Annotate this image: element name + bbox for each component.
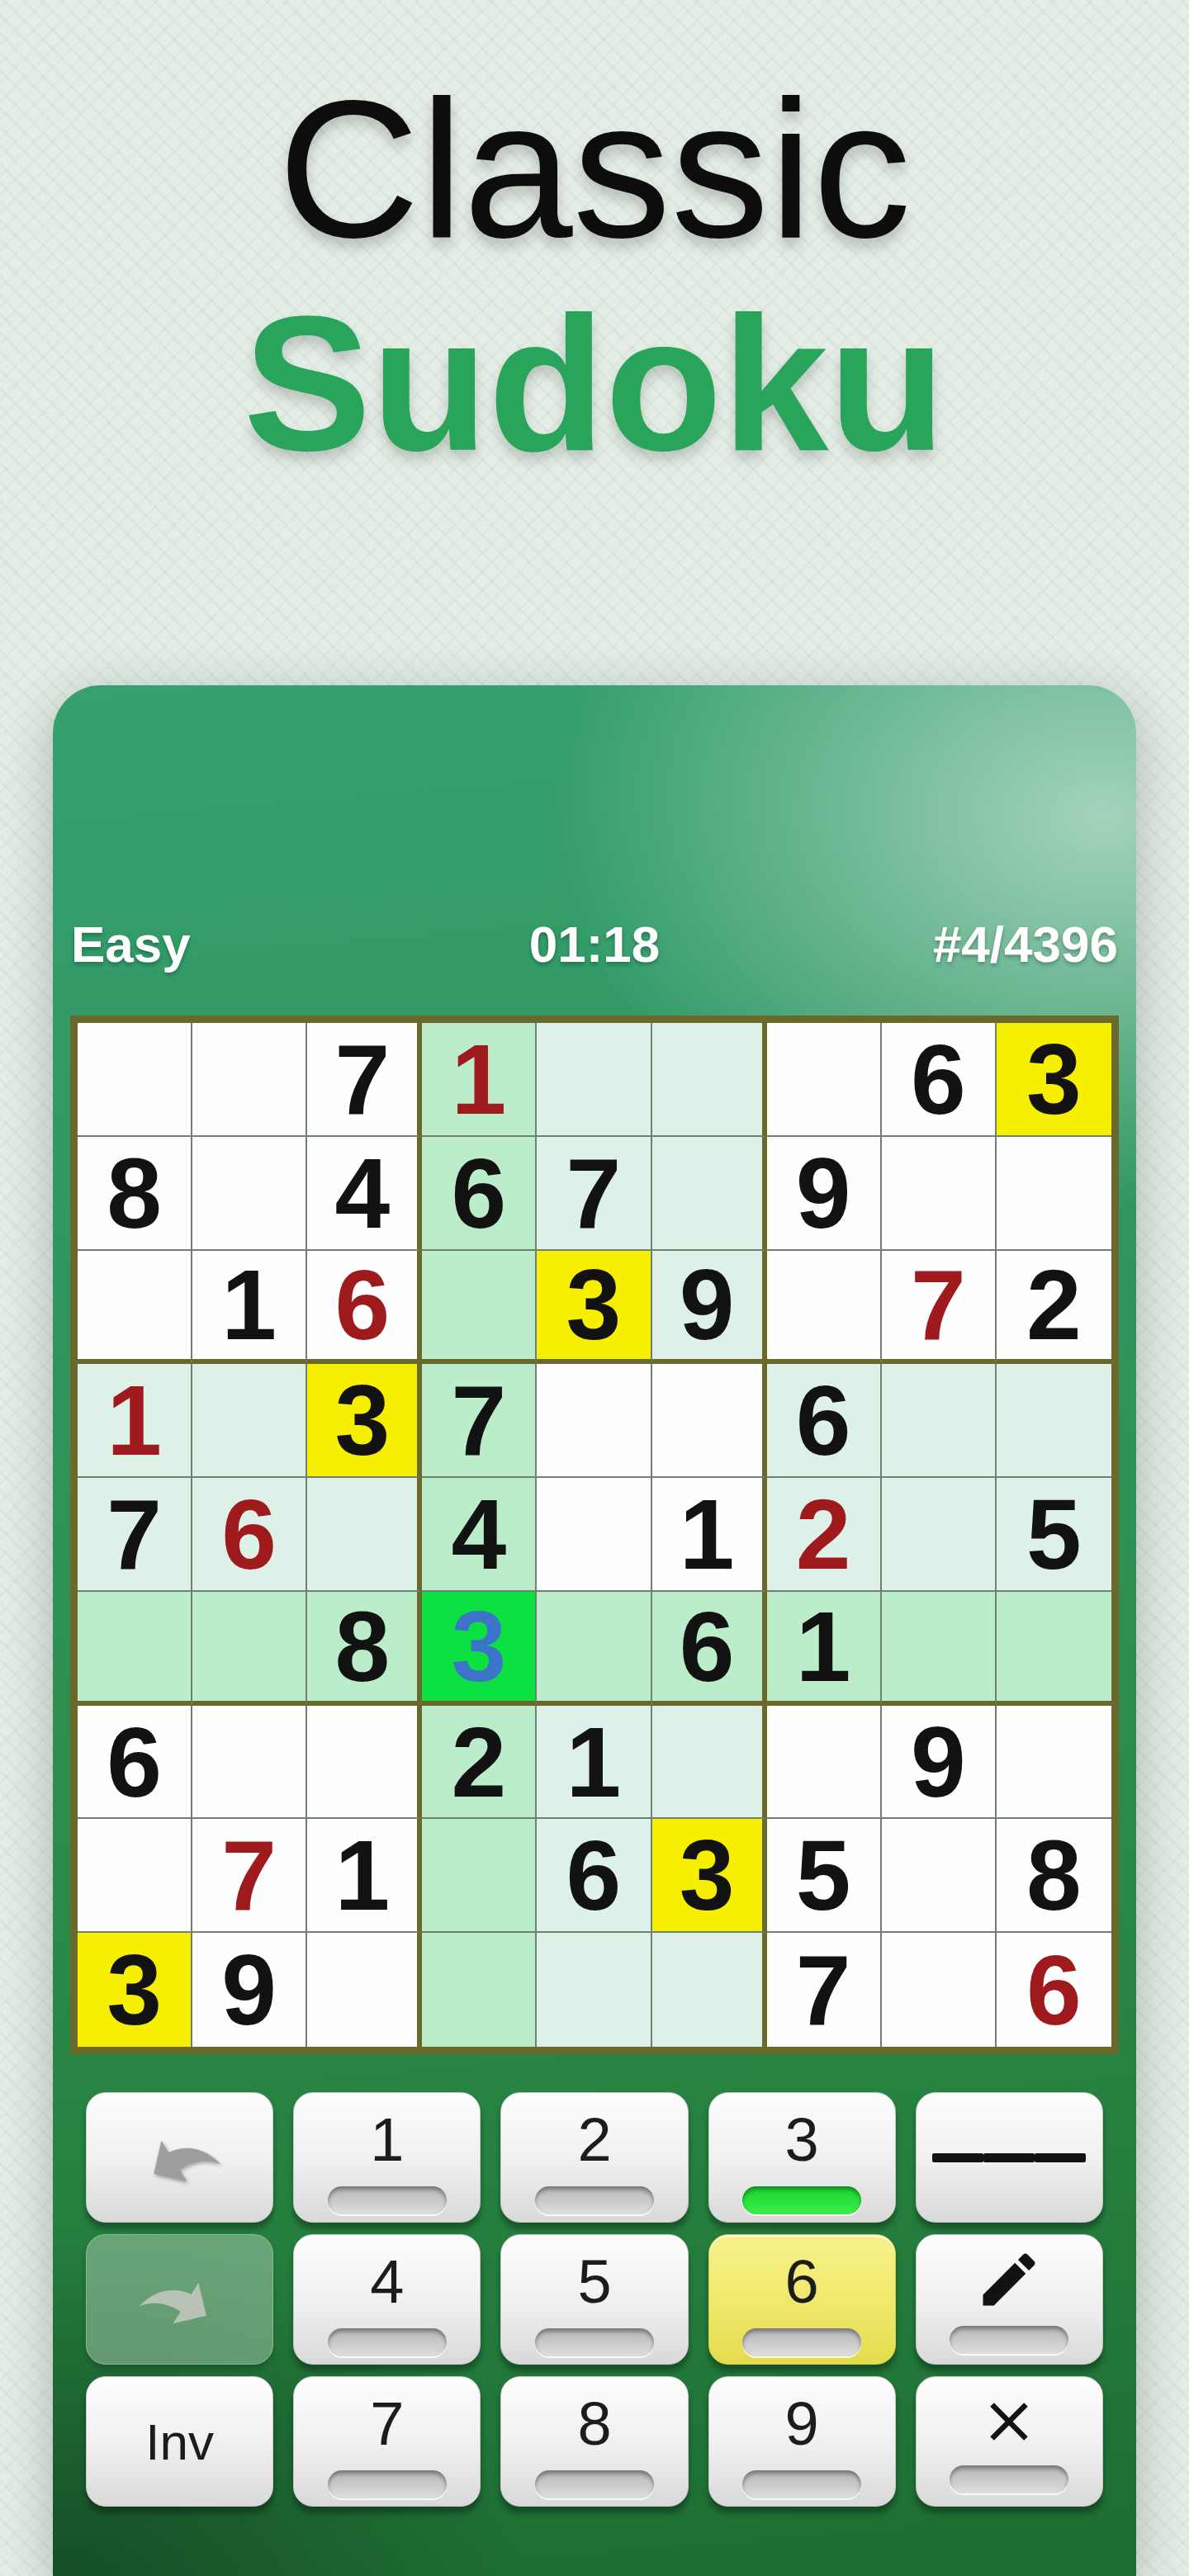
board-cell-r7c5[interactable]: 1 [537, 1706, 651, 1820]
cell-digit: 8 [334, 1597, 390, 1696]
game-screen: Easy 01:18 #4/4396 716384679163972137676… [53, 685, 1136, 2576]
cell-digit: 1 [334, 1825, 390, 1925]
cell-digit: 9 [221, 1940, 277, 2039]
key-indicator [535, 2328, 654, 2356]
cell-digit: 5 [1026, 1485, 1082, 1584]
board-cell-r5c7[interactable]: 2 [767, 1478, 882, 1592]
key-label: 5 [577, 2247, 611, 2317]
board-cell-r6c5[interactable] [537, 1592, 651, 1706]
key-label: 8 [577, 2389, 611, 2459]
board-cell-r8c5[interactable]: 6 [537, 1819, 651, 1933]
board-cell-r9c8[interactable] [882, 1933, 997, 2047]
board-cell-r6c4[interactable]: 3 [422, 1592, 537, 1706]
cell-digit: 1 [680, 1485, 735, 1584]
cell-digit: 2 [796, 1485, 851, 1584]
board-cell-r6c7[interactable]: 1 [767, 1592, 882, 1706]
board-cell-r5c6[interactable]: 1 [652, 1478, 767, 1592]
board-cell-r4c2[interactable] [192, 1364, 307, 1478]
board-cell-r2c8[interactable] [882, 1137, 997, 1251]
cell-digit: 7 [911, 1255, 966, 1354]
board-cell-r2c1[interactable]: 8 [78, 1137, 192, 1251]
key-label: 3 [785, 2105, 819, 2175]
cell-digit: 7 [334, 1030, 390, 1129]
cell-digit: 1 [221, 1255, 277, 1354]
cell-digit: 9 [796, 1144, 851, 1243]
board-cell-r1c7[interactable] [767, 1023, 882, 1137]
timer: 01:18 [420, 915, 770, 974]
cell-digit: 6 [796, 1371, 851, 1470]
board-cell-r6c3[interactable]: 8 [307, 1592, 422, 1706]
key-delete[interactable] [916, 2376, 1103, 2507]
cell-digit: 2 [1026, 1255, 1082, 1354]
cell-digit: 8 [1026, 1825, 1082, 1925]
cell-digit: 3 [334, 1371, 390, 1470]
board-cell-r8c8[interactable] [882, 1819, 997, 1933]
board-cell-r6c1[interactable] [78, 1592, 192, 1706]
board-cell-r2c2[interactable] [192, 1137, 307, 1251]
board-cell-r9c9[interactable]: 6 [997, 1933, 1111, 2047]
cell-digit: 6 [221, 1485, 277, 1584]
key-digit-2[interactable]: 2 [500, 2092, 688, 2223]
redo-icon [139, 2258, 221, 2341]
board-cell-r9c1[interactable]: 3 [78, 1933, 192, 2047]
board-cell-r7c1[interactable]: 6 [78, 1706, 192, 1820]
cell-digit: 1 [796, 1597, 851, 1696]
board-cell-r6c9[interactable] [997, 1592, 1111, 1706]
sudoku-board[interactable]: 7163846791639721376764125836162197163583… [70, 1016, 1119, 2054]
key-indicator [328, 2470, 447, 2498]
key-digit-1[interactable]: 1 [293, 2092, 481, 2223]
key-digit-3[interactable]: 3 [708, 2092, 896, 2223]
cell-digit: 6 [680, 1597, 735, 1696]
key-undo[interactable] [86, 2092, 273, 2223]
board-cell-r4c4[interactable]: 7 [422, 1364, 537, 1478]
cell-digit: 2 [452, 1712, 507, 1811]
cell-digit: 6 [566, 1825, 622, 1925]
board-cell-r3c9[interactable]: 2 [997, 1251, 1111, 1365]
cell-digit: 9 [911, 1712, 966, 1811]
x-icon [977, 2389, 1041, 2454]
board-cell-r6c6[interactable]: 6 [652, 1592, 767, 1706]
key-digit-6[interactable]: 6 [708, 2234, 896, 2365]
key-label: 9 [785, 2389, 819, 2459]
board-cell-r1c5[interactable] [537, 1023, 651, 1137]
board-cell-r2c3[interactable]: 4 [307, 1137, 422, 1251]
board-cell-r3c6[interactable]: 9 [652, 1251, 767, 1365]
board-cell-r1c3[interactable]: 7 [307, 1023, 422, 1137]
keypad: 123456Inv789 [86, 2092, 1103, 2507]
undo-icon [139, 2116, 221, 2199]
app-title: Classic Sudoku [0, 58, 1189, 487]
board-cell-r7c8[interactable]: 9 [882, 1706, 997, 1820]
cell-digit: 7 [452, 1371, 507, 1470]
key-digit-4[interactable]: 4 [293, 2234, 481, 2365]
board-cell-r3c1[interactable] [78, 1251, 192, 1365]
key-indicator [950, 2465, 1068, 2493]
board-cell-r3c8[interactable]: 7 [882, 1251, 997, 1365]
cell-digit: 6 [452, 1144, 507, 1243]
board-cell-r9c4[interactable] [422, 1933, 537, 2047]
board-cell-r9c6[interactable] [652, 1933, 767, 2047]
menu-icon [932, 2146, 1086, 2170]
board-cell-r8c7[interactable]: 5 [767, 1819, 882, 1933]
key-indicator [742, 2470, 861, 2498]
board-cell-r5c8[interactable] [882, 1478, 997, 1592]
board-cell-r1c6[interactable] [652, 1023, 767, 1137]
key-indicator [535, 2470, 654, 2498]
board-cell-r5c4[interactable]: 4 [422, 1478, 537, 1592]
cell-digit: 7 [796, 1940, 851, 2039]
key-label: 7 [370, 2389, 404, 2459]
cell-digit: 6 [911, 1030, 966, 1129]
board-cell-r9c2[interactable]: 9 [192, 1933, 307, 2047]
cell-digit: 7 [107, 1485, 162, 1584]
cell-digit: 3 [107, 1940, 162, 2039]
cell-digit: 6 [107, 1712, 162, 1811]
board-cell-r5c9[interactable]: 5 [997, 1478, 1111, 1592]
cell-digit: 1 [107, 1371, 162, 1470]
board-cell-r7c6[interactable] [652, 1706, 767, 1820]
key-menu[interactable] [916, 2092, 1103, 2223]
key-label: 6 [785, 2247, 819, 2317]
board-cell-r3c2[interactable]: 1 [192, 1251, 307, 1365]
key-label: Inv [145, 2413, 214, 2471]
board-cell-r4c1[interactable]: 1 [78, 1364, 192, 1478]
board-cell-r4c5[interactable] [537, 1364, 651, 1478]
board-cell-r3c7[interactable] [767, 1251, 882, 1365]
board-cell-r4c7[interactable]: 6 [767, 1364, 882, 1478]
key-digit-7[interactable]: 7 [293, 2376, 481, 2507]
board-cell-r2c4[interactable]: 6 [422, 1137, 537, 1251]
board-cell-r2c7[interactable]: 9 [767, 1137, 882, 1251]
board-cell-r4c8[interactable] [882, 1364, 997, 1478]
board-cell-r8c3[interactable]: 1 [307, 1819, 422, 1933]
board-cell-r2c6[interactable] [652, 1137, 767, 1251]
board-cell-r5c5[interactable] [537, 1478, 651, 1592]
board-cell-r8c6[interactable]: 3 [652, 1819, 767, 1933]
puzzle-number: #4/4396 [769, 915, 1118, 974]
board-cell-r7c2[interactable] [192, 1706, 307, 1820]
cell-digit: 6 [334, 1255, 390, 1354]
key-label: 2 [577, 2105, 611, 2175]
board-cell-r8c2[interactable]: 7 [192, 1819, 307, 1933]
board-cell-r3c4[interactable] [422, 1251, 537, 1365]
board-cell-r1c9[interactable]: 3 [997, 1023, 1111, 1137]
cell-digit: 3 [1026, 1030, 1082, 1129]
board-cell-r5c2[interactable]: 6 [192, 1478, 307, 1592]
key-digit-5[interactable]: 5 [500, 2234, 688, 2365]
cell-digit: 6 [1026, 1940, 1082, 2039]
key-inverse[interactable]: Inv [86, 2376, 273, 2507]
board-cell-r9c5[interactable] [537, 1933, 651, 2047]
board-cell-r4c6[interactable] [652, 1364, 767, 1478]
key-indicator [950, 2326, 1068, 2354]
cell-digit: 4 [334, 1144, 390, 1243]
key-indicator [328, 2328, 447, 2356]
board-cell-r3c3[interactable]: 6 [307, 1251, 422, 1365]
board-cell-r4c3[interactable]: 3 [307, 1364, 422, 1478]
cell-digit: 1 [452, 1030, 507, 1129]
board-cell-r7c3[interactable] [307, 1706, 422, 1820]
board-cell-r1c8[interactable]: 6 [882, 1023, 997, 1137]
board-cell-r7c4[interactable]: 2 [422, 1706, 537, 1820]
board-cell-r6c2[interactable] [192, 1592, 307, 1706]
cell-digit: 4 [452, 1485, 507, 1584]
board-cell-r8c1[interactable] [78, 1819, 192, 1933]
key-digit-8[interactable]: 8 [500, 2376, 688, 2507]
cell-digit: 8 [107, 1144, 162, 1243]
status-bar: Easy 01:18 #4/4396 [53, 685, 1136, 974]
board-cell-r6c8[interactable] [882, 1592, 997, 1706]
difficulty-label: Easy [71, 915, 420, 974]
board-cell-r1c2[interactable] [192, 1023, 307, 1137]
key-label: 4 [370, 2247, 404, 2317]
board-cell-r1c1[interactable] [78, 1023, 192, 1137]
cell-digit: 3 [680, 1825, 735, 1925]
board-cell-r7c7[interactable] [767, 1706, 882, 1820]
board-cell-r1c4[interactable]: 1 [422, 1023, 537, 1137]
cell-digit: 5 [796, 1825, 851, 1925]
board-cell-r8c9[interactable]: 8 [997, 1819, 1111, 1933]
board-cell-r5c3[interactable] [307, 1478, 422, 1592]
board-cell-r4c9[interactable] [997, 1364, 1111, 1478]
board-cell-r9c3[interactable] [307, 1933, 422, 2047]
key-indicator [328, 2186, 447, 2214]
cell-digit: 9 [680, 1255, 735, 1354]
board-cell-r3c5[interactable]: 3 [537, 1251, 651, 1365]
board-cell-r9c7[interactable]: 7 [767, 1933, 882, 2047]
cell-digit: 7 [566, 1144, 622, 1243]
cell-digit: 1 [566, 1712, 622, 1811]
key-label: 1 [370, 2105, 404, 2175]
cell-digit: 3 [566, 1255, 622, 1354]
key-indicator [535, 2186, 654, 2214]
board-cell-r2c9[interactable] [997, 1137, 1111, 1251]
pencil-icon [974, 2245, 1044, 2314]
key-indicator [742, 2328, 861, 2356]
active-digit-indicator [742, 2186, 861, 2214]
key-redo[interactable] [86, 2234, 273, 2365]
key-pencil[interactable] [916, 2234, 1103, 2365]
cell-digit: 7 [221, 1825, 277, 1925]
board-cell-r8c4[interactable] [422, 1819, 537, 1933]
title-classic: Classic [0, 58, 1189, 281]
board-cell-r2c5[interactable]: 7 [537, 1137, 651, 1251]
key-digit-9[interactable]: 9 [708, 2376, 896, 2507]
board-cell-r5c1[interactable]: 7 [78, 1478, 192, 1592]
board-cell-r7c9[interactable] [997, 1706, 1111, 1820]
cell-digit: 3 [452, 1597, 507, 1696]
title-sudoku: Sudoku [0, 281, 1189, 487]
